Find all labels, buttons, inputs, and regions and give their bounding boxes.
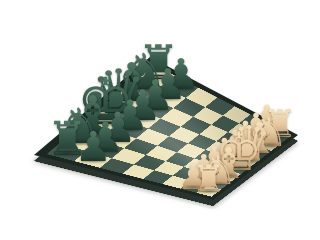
chess-board: [34, 57, 298, 200]
chess-set-photo: ♜♞♝♛♚♝♞♜♟♟♟♟♟♟♟♟♟♟♟♟♟♟♟♟♜♞♝♛♚♝♞♜: [0, 0, 320, 240]
